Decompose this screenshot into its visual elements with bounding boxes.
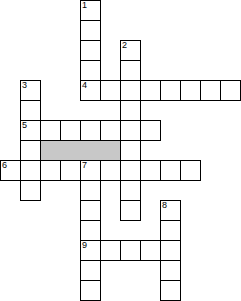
grid-cell-r9c1[interactable] — [20, 180, 41, 201]
grid-cell-r11c4[interactable] — [80, 220, 101, 241]
grid-cell-r4c6[interactable] — [120, 80, 141, 101]
grid-cell-r4c9[interactable] — [180, 80, 201, 101]
grid-cell-r4c8[interactable] — [160, 80, 181, 101]
grid-cell-r8c3[interactable] — [60, 160, 81, 181]
grid-cell-r3c6[interactable] — [120, 60, 141, 81]
grid-cell-r2c4[interactable] — [80, 40, 101, 61]
grid-cell-r4c11[interactable] — [220, 80, 241, 101]
grid-cell-r6c2[interactable] — [40, 120, 61, 141]
grid-cell-r4c1[interactable] — [20, 80, 41, 101]
grid-cell-r8c4[interactable] — [80, 160, 101, 181]
grid-cell-r4c7[interactable] — [140, 80, 161, 101]
grid-cell-r6c1[interactable] — [20, 120, 41, 141]
grid-cell-r9c6[interactable] — [120, 180, 141, 201]
grid-cell-r12c6[interactable] — [120, 240, 141, 261]
grid-cell-r8c5[interactable] — [100, 160, 121, 181]
grid-cell-r10c4[interactable] — [80, 200, 101, 221]
grid-cell-r12c7[interactable] — [140, 240, 161, 261]
grid-cell-r6c7[interactable] — [140, 120, 161, 141]
grid-cell-r14c8[interactable] — [160, 280, 181, 301]
grid-cell-r8c7[interactable] — [140, 160, 161, 181]
grid-cell-r2c6[interactable] — [120, 40, 141, 61]
grid-cell-r12c5[interactable] — [100, 240, 121, 261]
grid-cell-r4c10[interactable] — [200, 80, 221, 101]
grid-cell-r13c8[interactable] — [160, 260, 181, 281]
grid-cell-r13c4[interactable] — [80, 260, 101, 281]
grid-cell-r6c3[interactable] — [60, 120, 81, 141]
grid-cell-r4c4[interactable] — [80, 80, 101, 101]
grid-cell-r10c6[interactable] — [120, 200, 141, 221]
hidden-word-shaded-cells[interactable] — [40, 140, 121, 161]
grid-cell-r0c4[interactable] — [80, 0, 101, 21]
grid-cell-r11c8[interactable] — [160, 220, 181, 241]
grid-cell-r8c9[interactable] — [180, 160, 201, 181]
grid-cell-r5c1[interactable] — [20, 100, 41, 121]
grid-cell-r8c2[interactable] — [40, 160, 61, 181]
grid-cell-r1c4[interactable] — [80, 20, 101, 41]
grid-cell-r7c1[interactable] — [20, 140, 41, 161]
grid-cell-r6c5[interactable] — [100, 120, 121, 141]
grid-cell-r4c5[interactable] — [100, 80, 121, 101]
grid-cell-r8c1[interactable] — [20, 160, 41, 181]
grid-cell-r7c6[interactable] — [120, 140, 141, 161]
grid-cell-r9c4[interactable] — [80, 180, 101, 201]
grid-cell-r12c8[interactable] — [160, 240, 181, 261]
grid-cell-r6c6[interactable] — [120, 120, 141, 141]
grid-cell-r3c4[interactable] — [80, 60, 101, 81]
grid-cell-r8c0[interactable] — [0, 160, 21, 181]
grid-cell-r8c6[interactable] — [120, 160, 141, 181]
grid-cell-r6c4[interactable] — [80, 120, 101, 141]
grid-cell-r10c8[interactable] — [160, 200, 181, 221]
grid-cell-r14c4[interactable] — [80, 280, 101, 301]
crossword-board: 123456789 — [0, 0, 241, 301]
grid-cell-r5c6[interactable] — [120, 100, 141, 121]
grid-cell-r12c4[interactable] — [80, 240, 101, 261]
grid-cell-r8c8[interactable] — [160, 160, 181, 181]
